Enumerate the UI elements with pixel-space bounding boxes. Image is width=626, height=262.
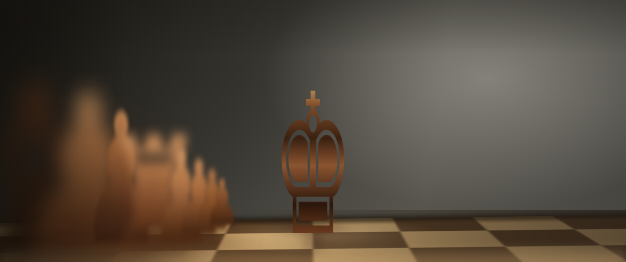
- chess-piece-king: ♚: [273, 68, 353, 262]
- pieces-layer: ♝♟♟♜♟♟♟♟♚: [0, 0, 626, 262]
- board-front-blur: [0, 244, 626, 262]
- chess-piece-pawn: ♟: [204, 172, 240, 234]
- scene: ♝♟♟♜♟♟♟♟♚: [0, 0, 626, 262]
